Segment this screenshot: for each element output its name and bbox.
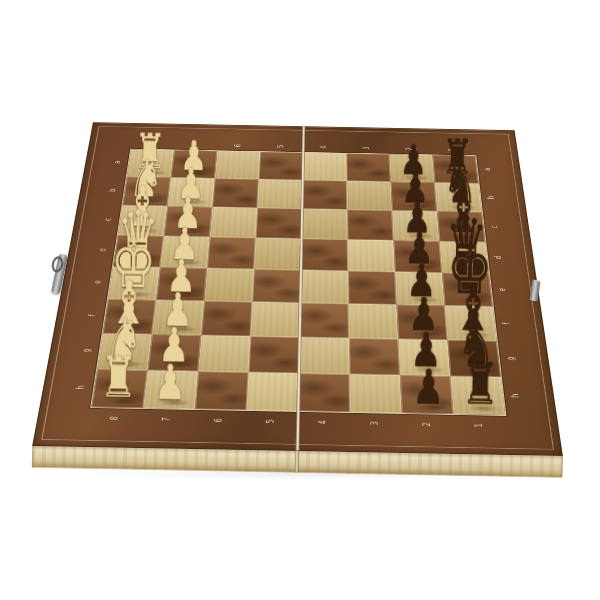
square-b4[interactable] bbox=[257, 179, 302, 209]
square-h6[interactable] bbox=[349, 374, 401, 413]
piece-white-rook-h1[interactable]: ♜ bbox=[99, 349, 137, 406]
square-f4[interactable] bbox=[250, 302, 300, 337]
square-d4[interactable] bbox=[254, 238, 302, 270]
square-b3[interactable] bbox=[212, 178, 258, 207]
coord-rank-8-bottom: 8 bbox=[105, 412, 125, 426]
square-c6[interactable] bbox=[347, 210, 393, 241]
square-h3[interactable] bbox=[195, 371, 249, 410]
square-e3[interactable] bbox=[204, 268, 254, 302]
coord-rank-2-bottom: 2 bbox=[419, 418, 438, 432]
square-b5[interactable] bbox=[302, 180, 347, 210]
square-g6[interactable] bbox=[349, 338, 400, 375]
coord-file-f-left: f bbox=[84, 309, 102, 321]
board-drop-shadow bbox=[80, 468, 530, 480]
square-a3[interactable] bbox=[215, 151, 260, 179]
coord-file-b-left: b bbox=[105, 185, 122, 195]
coord-file-a-left: a bbox=[110, 158, 126, 168]
square-c4[interactable] bbox=[256, 208, 303, 239]
coord-rank-3-bottom: 3 bbox=[367, 417, 385, 431]
square-g3[interactable] bbox=[198, 335, 250, 372]
square-e5[interactable] bbox=[300, 270, 348, 304]
coord-rank-1-bottom: 1 bbox=[470, 419, 489, 433]
coord-file-e-left: e bbox=[89, 276, 107, 287]
square-d3[interactable] bbox=[207, 237, 256, 269]
coord-rank-4-top: 4 bbox=[317, 143, 332, 152]
square-a6[interactable] bbox=[346, 153, 390, 181]
piece-black-rook-h8[interactable]: ♜ bbox=[461, 356, 499, 413]
coord-rank-6-top: 6 bbox=[231, 141, 246, 150]
square-h5[interactable] bbox=[298, 373, 350, 412]
coord-rank-3-top: 3 bbox=[360, 143, 375, 152]
coord-file-e-right: e bbox=[494, 284, 512, 296]
square-f5[interactable] bbox=[300, 303, 349, 338]
coord-file-a-right: a bbox=[480, 165, 496, 175]
chess-board: ♜♟♟♜♞♟♟♞♝♟♟♝♛♟♟♛♚♟♟♚♝♟♟♝♞♟♟♞♜♟♟♜ aabbccd… bbox=[32, 122, 563, 456]
square-e4[interactable] bbox=[252, 269, 301, 303]
coord-file-g-left: g bbox=[78, 344, 97, 357]
chess-set-photo: ♜♟♟♜♞♟♟♞♝♟♟♝♛♟♟♛♚♟♟♚♝♟♟♝♞♟♟♞♜♟♟♜ aabbccd… bbox=[66, 35, 536, 505]
coord-file-d-left: d bbox=[95, 245, 113, 256]
square-d5[interactable] bbox=[301, 239, 348, 271]
square-b6[interactable] bbox=[347, 181, 392, 211]
coord-rank-7-bottom: 7 bbox=[158, 413, 177, 427]
coord-file-g-right: g bbox=[502, 352, 520, 365]
square-g4[interactable] bbox=[249, 336, 300, 373]
square-h8[interactable]: ♜ bbox=[450, 376, 505, 415]
coord-rank-1-top: 1 bbox=[445, 145, 460, 154]
piece-white-pawn-h2[interactable]: ♟ bbox=[153, 358, 186, 407]
square-d6[interactable] bbox=[348, 240, 395, 272]
coord-file-d-right: d bbox=[490, 252, 507, 263]
coord-file-b-right: b bbox=[483, 193, 499, 203]
square-g5[interactable] bbox=[299, 337, 349, 374]
square-h4[interactable] bbox=[247, 372, 299, 411]
coord-rank-5-top: 5 bbox=[274, 142, 289, 151]
square-a4[interactable] bbox=[259, 152, 303, 180]
coord-file-f-right: f bbox=[498, 317, 516, 329]
square-h2[interactable]: ♟ bbox=[143, 370, 198, 409]
coord-rank-6-bottom: 6 bbox=[210, 414, 229, 428]
square-f6[interactable] bbox=[348, 304, 398, 339]
piece-black-pawn-h7[interactable]: ♟ bbox=[412, 363, 445, 412]
square-e6[interactable] bbox=[348, 271, 397, 305]
coord-rank-4-bottom: 4 bbox=[315, 416, 333, 430]
square-a5[interactable] bbox=[303, 153, 347, 181]
coord-rank-5-bottom: 5 bbox=[262, 415, 280, 429]
coord-file-h-left: h bbox=[72, 381, 91, 394]
coord-rank-8-top: 8 bbox=[145, 139, 161, 148]
square-h1[interactable]: ♜ bbox=[91, 369, 147, 408]
square-c5[interactable] bbox=[302, 209, 348, 240]
square-c3[interactable] bbox=[210, 207, 258, 238]
coord-rank-2-top: 2 bbox=[402, 144, 417, 153]
square-f3[interactable] bbox=[201, 301, 252, 336]
coord-rank-7-top: 7 bbox=[188, 140, 204, 149]
coord-file-h-right: h bbox=[507, 389, 526, 402]
square-h7[interactable]: ♟ bbox=[400, 375, 454, 414]
